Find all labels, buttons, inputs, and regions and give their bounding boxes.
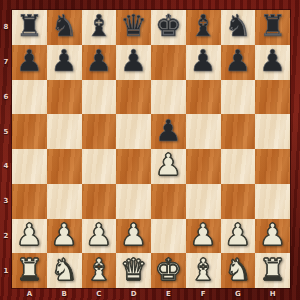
- square-e1[interactable]: ♚: [151, 253, 186, 288]
- black-pawn: ♟: [85, 46, 112, 76]
- square-c8[interactable]: ♝: [82, 10, 117, 45]
- black-king: ♚: [155, 11, 182, 41]
- square-d8[interactable]: ♛: [116, 10, 151, 45]
- square-b2[interactable]: ♟: [47, 219, 82, 254]
- square-g2[interactable]: ♟: [221, 219, 256, 254]
- square-e7[interactable]: [151, 45, 186, 80]
- white-rook: ♜: [16, 255, 43, 285]
- square-d7[interactable]: ♟: [116, 45, 151, 80]
- rank-label-5: 5: [0, 114, 12, 149]
- square-h7[interactable]: ♟: [255, 45, 290, 80]
- file-label-c: C: [82, 288, 117, 300]
- black-bishop: ♝: [190, 11, 217, 41]
- square-h6[interactable]: [255, 80, 290, 115]
- square-g5[interactable]: [221, 114, 256, 149]
- square-e5[interactable]: ♟: [151, 114, 186, 149]
- square-g7[interactable]: ♟: [221, 45, 256, 80]
- rank-label-7: 7: [0, 45, 12, 80]
- square-b4[interactable]: [47, 149, 82, 184]
- black-pawn: ♟: [155, 116, 182, 146]
- square-h8[interactable]: ♜: [255, 10, 290, 45]
- square-c1[interactable]: ♝: [82, 253, 117, 288]
- white-knight: ♞: [51, 255, 78, 285]
- file-label-h: H: [255, 288, 290, 300]
- file-label-e: E: [151, 288, 186, 300]
- square-c2[interactable]: ♟: [82, 219, 117, 254]
- white-king: ♚: [155, 255, 182, 285]
- square-d5[interactable]: [116, 114, 151, 149]
- black-pawn: ♟: [51, 46, 78, 76]
- black-rook: ♜: [16, 11, 43, 41]
- file-label-d: D: [116, 288, 151, 300]
- rank-label-8: 8: [0, 10, 12, 45]
- black-pawn: ♟: [259, 46, 286, 76]
- square-a5[interactable]: [12, 114, 47, 149]
- square-f7[interactable]: ♟: [186, 45, 221, 80]
- square-h5[interactable]: [255, 114, 290, 149]
- file-label-a: A: [12, 288, 47, 300]
- black-knight: ♞: [51, 11, 78, 41]
- file-label-f: F: [186, 288, 221, 300]
- white-pawn: ♟: [85, 220, 112, 250]
- square-h3[interactable]: [255, 184, 290, 219]
- square-g3[interactable]: [221, 184, 256, 219]
- square-c3[interactable]: [82, 184, 117, 219]
- square-d3[interactable]: [116, 184, 151, 219]
- black-knight: ♞: [224, 11, 251, 41]
- square-g1[interactable]: ♞: [221, 253, 256, 288]
- square-a8[interactable]: ♜: [12, 10, 47, 45]
- square-d2[interactable]: ♟: [116, 219, 151, 254]
- white-pawn: ♟: [190, 220, 217, 250]
- black-pawn: ♟: [190, 46, 217, 76]
- square-c6[interactable]: [82, 80, 117, 115]
- chess-diagram: ♜♞♝♛♚♝♞♜♟♟♟♟♟♟♟♟♟♟♟♟♟♟♟♟♜♞♝♛♚♝♞♜ 8765432…: [0, 0, 300, 300]
- file-label-g: G: [221, 288, 256, 300]
- square-f4[interactable]: [186, 149, 221, 184]
- square-f3[interactable]: [186, 184, 221, 219]
- square-d1[interactable]: ♛: [116, 253, 151, 288]
- square-g4[interactable]: [221, 149, 256, 184]
- white-pawn: ♟: [224, 220, 251, 250]
- rank-label-2: 2: [0, 219, 12, 254]
- square-g8[interactable]: ♞: [221, 10, 256, 45]
- square-c5[interactable]: [82, 114, 117, 149]
- square-f6[interactable]: [186, 80, 221, 115]
- white-pawn: ♟: [16, 220, 43, 250]
- square-b6[interactable]: [47, 80, 82, 115]
- white-pawn: ♟: [51, 220, 78, 250]
- rank-label-4: 4: [0, 149, 12, 184]
- white-pawn: ♟: [155, 150, 182, 180]
- square-b7[interactable]: ♟: [47, 45, 82, 80]
- file-label-b: B: [47, 288, 82, 300]
- square-h1[interactable]: ♜: [255, 253, 290, 288]
- square-b3[interactable]: [47, 184, 82, 219]
- white-knight: ♞: [224, 255, 251, 285]
- rank-label-6: 6: [0, 80, 12, 115]
- square-h2[interactable]: ♟: [255, 219, 290, 254]
- black-rook: ♜: [259, 11, 286, 41]
- chess-board: ♜♞♝♛♚♝♞♜♟♟♟♟♟♟♟♟♟♟♟♟♟♟♟♟♜♞♝♛♚♝♞♜: [12, 10, 290, 288]
- square-e6[interactable]: [151, 80, 186, 115]
- square-b8[interactable]: ♞: [47, 10, 82, 45]
- black-pawn: ♟: [224, 46, 251, 76]
- square-a7[interactable]: ♟: [12, 45, 47, 80]
- white-bishop: ♝: [190, 255, 217, 285]
- square-d4[interactable]: [116, 149, 151, 184]
- square-f8[interactable]: ♝: [186, 10, 221, 45]
- square-e4[interactable]: ♟: [151, 149, 186, 184]
- white-pawn: ♟: [120, 220, 147, 250]
- square-a4[interactable]: [12, 149, 47, 184]
- square-f1[interactable]: ♝: [186, 253, 221, 288]
- square-b5[interactable]: [47, 114, 82, 149]
- black-bishop: ♝: [85, 11, 112, 41]
- square-c7[interactable]: ♟: [82, 45, 117, 80]
- rank-label-3: 3: [0, 184, 12, 219]
- white-pawn: ♟: [259, 220, 286, 250]
- white-queen: ♛: [120, 255, 147, 285]
- square-g6[interactable]: [221, 80, 256, 115]
- square-a2[interactable]: ♟: [12, 219, 47, 254]
- black-pawn: ♟: [16, 46, 43, 76]
- square-b1[interactable]: ♞: [47, 253, 82, 288]
- square-d6[interactable]: [116, 80, 151, 115]
- square-e3[interactable]: [151, 184, 186, 219]
- square-f5[interactable]: [186, 114, 221, 149]
- square-a3[interactable]: [12, 184, 47, 219]
- square-a6[interactable]: [12, 80, 47, 115]
- square-e2[interactable]: [151, 219, 186, 254]
- black-queen: ♛: [120, 11, 147, 41]
- square-h4[interactable]: [255, 149, 290, 184]
- square-e8[interactable]: ♚: [151, 10, 186, 45]
- white-bishop: ♝: [85, 255, 112, 285]
- square-c4[interactable]: [82, 149, 117, 184]
- square-f2[interactable]: ♟: [186, 219, 221, 254]
- square-a1[interactable]: ♜: [12, 253, 47, 288]
- white-rook: ♜: [259, 255, 286, 285]
- rank-labels: 87654321: [0, 10, 12, 288]
- file-labels: ABCDEFGH: [12, 288, 290, 300]
- black-pawn: ♟: [120, 46, 147, 76]
- rank-label-1: 1: [0, 253, 12, 288]
